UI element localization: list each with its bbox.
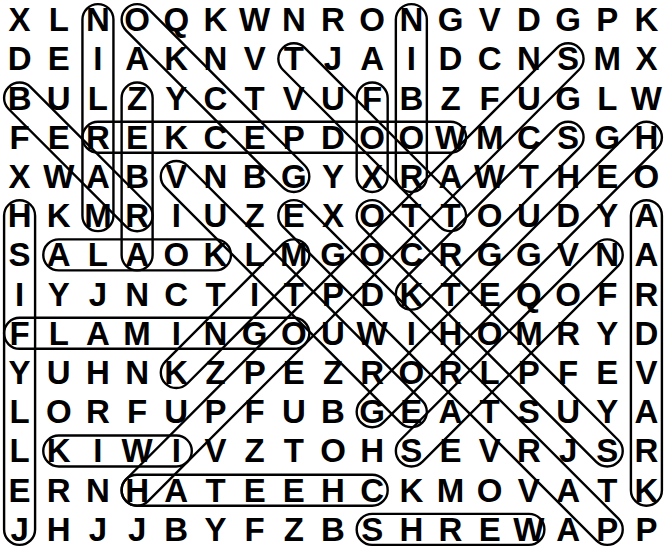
grid-cell[interactable]: F (470, 78, 509, 117)
grid-cell[interactable]: E (235, 471, 274, 510)
grid-cell[interactable]: T (274, 275, 313, 314)
grid-cell[interactable]: M (470, 118, 509, 157)
grid-cell[interactable]: Z (196, 353, 235, 392)
grid-cell[interactable]: H (0, 196, 39, 235)
grid-cell[interactable]: A (157, 471, 196, 510)
grid-cell[interactable]: O (353, 235, 392, 274)
grid-cell[interactable]: J (78, 510, 117, 549)
grid-cell[interactable]: M (274, 235, 313, 274)
grid-cell[interactable]: E (588, 157, 627, 196)
grid-cell[interactable]: Y (157, 78, 196, 117)
grid-cell[interactable]: K (39, 196, 78, 235)
grid-cell[interactable]: R (313, 0, 352, 39)
grid-cell[interactable]: R (78, 392, 117, 431)
grid-cell[interactable]: G (353, 392, 392, 431)
grid-cell[interactable]: Y (588, 196, 627, 235)
grid-cell[interactable]: H (39, 510, 78, 549)
grid-cell[interactable]: P (235, 353, 274, 392)
grid-cell[interactable]: J (548, 431, 587, 470)
grid-cell[interactable]: U (313, 314, 352, 353)
grid-cell[interactable]: F (118, 392, 157, 431)
grid-cell[interactable]: Y (39, 275, 78, 314)
grid-cell[interactable]: C (157, 275, 196, 314)
grid-cell[interactable]: T (392, 196, 431, 235)
grid-cell[interactable]: Y (196, 510, 235, 549)
grid-cell[interactable]: Q (157, 0, 196, 39)
grid-cell[interactable]: E (431, 431, 470, 470)
grid-cell[interactable]: U (509, 78, 548, 117)
grid-cell[interactable]: L (39, 314, 78, 353)
grid-cell[interactable]: N (196, 39, 235, 78)
grid-cell[interactable]: F (235, 510, 274, 549)
grid-cell[interactable]: M (588, 39, 627, 78)
grid-cell[interactable]: V (627, 353, 666, 392)
grid-cell[interactable]: L (39, 0, 78, 39)
grid-cell[interactable]: V (157, 157, 196, 196)
grid-cell[interactable]: I (157, 431, 196, 470)
grid-cell[interactable]: X (353, 157, 392, 196)
grid-cell[interactable]: V (274, 78, 313, 117)
grid-cell[interactable]: I (78, 431, 117, 470)
grid-cell[interactable]: Q (509, 275, 548, 314)
grid-cell[interactable]: L (0, 431, 39, 470)
grid-cell[interactable]: E (39, 39, 78, 78)
grid-cell[interactable]: E (392, 392, 431, 431)
grid-cell[interactable]: F (0, 314, 39, 353)
grid-cell[interactable]: R (509, 431, 548, 470)
grid-cell[interactable]: B (392, 78, 431, 117)
grid-cell[interactable]: V (470, 0, 509, 39)
grid-cell[interactable]: N (392, 0, 431, 39)
grid-cell[interactable]: K (157, 353, 196, 392)
grid-cell[interactable]: U (313, 78, 352, 117)
grid-cell[interactable]: W (235, 0, 274, 39)
grid-cell[interactable]: P (627, 510, 666, 549)
grid-cell[interactable]: T (509, 157, 548, 196)
grid-cell[interactable]: T (431, 196, 470, 235)
grid-cell[interactable]: G (588, 118, 627, 157)
grid-cell[interactable]: M (118, 314, 157, 353)
grid-cell[interactable]: S (353, 510, 392, 549)
grid-cell[interactable]: V (196, 431, 235, 470)
grid-cell[interactable]: T (470, 392, 509, 431)
grid-cell[interactable]: D (548, 196, 587, 235)
grid-cell[interactable]: Y (588, 392, 627, 431)
grid-cell[interactable]: A (78, 157, 117, 196)
grid-cell[interactable]: R (431, 510, 470, 549)
grid-cell[interactable]: M (431, 471, 470, 510)
grid-cell[interactable]: I (157, 196, 196, 235)
grid-cell[interactable]: B (313, 392, 352, 431)
grid-cell[interactable]: T (235, 78, 274, 117)
grid-cell[interactable]: L (78, 78, 117, 117)
grid-cell[interactable]: F (0, 118, 39, 157)
grid-cell[interactable]: H (313, 471, 352, 510)
grid-cell[interactable]: D (0, 39, 39, 78)
grid-cell[interactable]: T (196, 471, 235, 510)
grid-cell[interactable]: K (157, 118, 196, 157)
word-search-board: XLNOQKWNRONGVDGPKDEIAKNVTJAIDCNSMXBULZYC… (0, 0, 666, 549)
grid-cell[interactable]: R (431, 235, 470, 274)
grid-cell[interactable]: N (196, 314, 235, 353)
grid-cell[interactable]: G (313, 235, 352, 274)
grid-cell[interactable]: R (392, 157, 431, 196)
grid-cell[interactable]: L (78, 235, 117, 274)
grid-cell[interactable]: Z (274, 510, 313, 549)
grid-cell[interactable]: O (470, 196, 509, 235)
grid-cell[interactable]: D (353, 275, 392, 314)
grid-cell[interactable]: H (392, 510, 431, 549)
grid-cell[interactable]: H (548, 157, 587, 196)
grid-cell[interactable]: I (235, 275, 274, 314)
grid-cell[interactable]: J (0, 510, 39, 549)
grid-cell[interactable]: E (274, 196, 313, 235)
grid-cell[interactable]: G (274, 157, 313, 196)
grid-cell[interactable]: X (313, 196, 352, 235)
grid-cell[interactable]: Y (0, 353, 39, 392)
grid-cell[interactable]: K (627, 0, 666, 39)
grid-cell[interactable]: B (118, 157, 157, 196)
grid-cell[interactable]: Z (431, 78, 470, 117)
grid-cell[interactable]: M (78, 196, 117, 235)
grid-cell[interactable]: O (548, 275, 587, 314)
grid-cell[interactable]: S (548, 39, 587, 78)
grid-cell[interactable]: R (78, 118, 117, 157)
grid-cell[interactable]: C (509, 118, 548, 157)
grid-cell[interactable]: K (627, 471, 666, 510)
grid-cell[interactable]: A (353, 39, 392, 78)
grid-cell[interactable]: E (470, 510, 509, 549)
grid-cell[interactable]: S (588, 431, 627, 470)
grid-cell[interactable]: N (118, 353, 157, 392)
grid-cell[interactable]: D (627, 314, 666, 353)
grid-cell[interactable]: V (548, 235, 587, 274)
grid-cell[interactable]: W (353, 314, 392, 353)
grid-cell[interactable]: B (235, 157, 274, 196)
grid-cell[interactable]: S (0, 235, 39, 274)
grid-cell[interactable]: P (509, 353, 548, 392)
grid-cell[interactable]: N (78, 0, 117, 39)
grid-cell[interactable]: A (431, 392, 470, 431)
grid-cell[interactable]: S (509, 392, 548, 431)
grid-cell[interactable]: C (196, 118, 235, 157)
grid-cell[interactable]: W (118, 431, 157, 470)
grid-cell[interactable]: U (509, 196, 548, 235)
grid-cell[interactable]: O (118, 0, 157, 39)
grid-cell[interactable]: N (78, 471, 117, 510)
grid-cell[interactable]: E (0, 471, 39, 510)
grid-cell[interactable]: R (431, 353, 470, 392)
grid-cell[interactable]: O (392, 118, 431, 157)
grid-cell[interactable]: W (39, 157, 78, 196)
grid-cell[interactable]: I (392, 39, 431, 78)
grid-cell[interactable]: F (548, 353, 587, 392)
grid-cell[interactable]: U (274, 392, 313, 431)
grid-cell[interactable]: E (274, 353, 313, 392)
grid-cell[interactable]: W (470, 157, 509, 196)
grid-cell[interactable]: Y (588, 314, 627, 353)
grid-cell[interactable]: Z (118, 78, 157, 117)
grid-cell[interactable]: K (196, 235, 235, 274)
grid-cell[interactable]: J (78, 275, 117, 314)
grid-cell[interactable]: C (196, 78, 235, 117)
grid-cell[interactable]: U (39, 353, 78, 392)
grid-cell[interactable]: O (39, 392, 78, 431)
grid-cell[interactable]: P (588, 510, 627, 549)
grid-cell[interactable]: E (118, 118, 157, 157)
grid-cell[interactable]: O (392, 353, 431, 392)
grid-cell[interactable]: J (118, 510, 157, 549)
grid-cell[interactable]: B (157, 510, 196, 549)
grid-cell[interactable]: D (509, 0, 548, 39)
grid-cell[interactable]: A (118, 39, 157, 78)
grid-cell[interactable]: K (392, 275, 431, 314)
grid-cell[interactable]: K (392, 471, 431, 510)
grid-cell[interactable]: X (0, 157, 39, 196)
grid-cell[interactable]: I (78, 39, 117, 78)
grid-cell[interactable]: I (157, 314, 196, 353)
grid-cell[interactable]: K (157, 39, 196, 78)
grid-cell[interactable]: G (470, 235, 509, 274)
grid-cell[interactable]: L (0, 392, 39, 431)
grid-cell[interactable]: A (548, 510, 587, 549)
grid-cell[interactable]: C (470, 39, 509, 78)
grid-cell[interactable]: W (431, 118, 470, 157)
grid-cell[interactable]: O (353, 0, 392, 39)
grid-cell[interactable]: W (509, 510, 548, 549)
grid-cell[interactable]: H (431, 314, 470, 353)
grid-cell[interactable]: H (118, 471, 157, 510)
grid-cell[interactable]: A (548, 471, 587, 510)
grid-cell[interactable]: V (509, 471, 548, 510)
grid-cell[interactable]: C (392, 235, 431, 274)
grid-cell[interactable]: R (548, 314, 587, 353)
grid-cell[interactable]: W (627, 78, 666, 117)
grid-cell[interactable]: O (157, 235, 196, 274)
grid-cell[interactable]: M (509, 314, 548, 353)
letter-grid: XLNOQKWNRONGVDGPKDEIAKNVTJAIDCNSMXBULZYC… (0, 0, 666, 549)
grid-cell[interactable]: U (39, 78, 78, 117)
grid-cell[interactable]: U (157, 392, 196, 431)
grid-cell[interactable]: K (196, 0, 235, 39)
grid-cell[interactable]: T (274, 431, 313, 470)
grid-cell[interactable]: R (353, 353, 392, 392)
grid-cell[interactable]: Z (235, 431, 274, 470)
grid-cell[interactable]: U (548, 392, 587, 431)
grid-cell[interactable]: A (627, 196, 666, 235)
grid-cell[interactable]: O (353, 118, 392, 157)
grid-cell[interactable]: F (353, 78, 392, 117)
grid-cell[interactable]: D (431, 39, 470, 78)
grid-cell[interactable]: N (588, 235, 627, 274)
grid-cell[interactable]: Z (235, 196, 274, 235)
grid-cell[interactable]: O (313, 431, 352, 470)
grid-cell[interactable]: P (313, 275, 352, 314)
grid-cell[interactable]: F (588, 275, 627, 314)
grid-cell[interactable]: N (274, 0, 313, 39)
grid-cell[interactable]: B (313, 510, 352, 549)
grid-cell[interactable]: A (627, 392, 666, 431)
grid-cell[interactable]: A (78, 314, 117, 353)
grid-cell[interactable]: V (235, 39, 274, 78)
grid-cell[interactable]: H (627, 118, 666, 157)
grid-cell[interactable]: O (470, 471, 509, 510)
grid-cell[interactable]: T (274, 39, 313, 78)
grid-cell[interactable]: N (196, 157, 235, 196)
grid-cell[interactable]: P (196, 392, 235, 431)
grid-cell[interactable]: I (392, 314, 431, 353)
grid-cell[interactable]: L (588, 78, 627, 117)
grid-cell[interactable]: Y (313, 157, 352, 196)
grid-cell[interactable]: O (353, 196, 392, 235)
grid-cell[interactable]: D (313, 118, 352, 157)
grid-cell[interactable]: X (627, 39, 666, 78)
grid-cell[interactable]: G (548, 0, 587, 39)
grid-cell[interactable]: A (39, 235, 78, 274)
grid-cell[interactable]: C (353, 471, 392, 510)
grid-cell[interactable]: J (313, 39, 352, 78)
grid-cell[interactable]: G (235, 314, 274, 353)
grid-cell[interactable]: A (118, 235, 157, 274)
grid-cell[interactable]: P (274, 118, 313, 157)
grid-cell[interactable]: E (274, 471, 313, 510)
grid-cell[interactable]: P (588, 0, 627, 39)
grid-cell[interactable]: H (78, 353, 117, 392)
grid-cell[interactable]: G (431, 0, 470, 39)
grid-cell[interactable]: N (118, 275, 157, 314)
grid-cell[interactable]: T (196, 275, 235, 314)
grid-cell[interactable]: K (39, 431, 78, 470)
grid-cell[interactable]: E (470, 275, 509, 314)
grid-cell[interactable]: R (627, 431, 666, 470)
grid-cell[interactable]: S (392, 431, 431, 470)
grid-cell[interactable]: S (548, 118, 587, 157)
grid-cell[interactable]: Z (313, 353, 352, 392)
grid-cell[interactable]: B (0, 78, 39, 117)
grid-cell[interactable]: H (353, 431, 392, 470)
grid-cell[interactable]: O (470, 314, 509, 353)
grid-cell[interactable]: L (470, 353, 509, 392)
grid-cell[interactable]: A (627, 235, 666, 274)
grid-cell[interactable]: R (627, 275, 666, 314)
grid-cell[interactable]: T (588, 471, 627, 510)
grid-cell[interactable]: G (509, 235, 548, 274)
grid-cell[interactable]: R (39, 471, 78, 510)
grid-cell[interactable]: V (470, 431, 509, 470)
grid-cell[interactable]: T (431, 275, 470, 314)
grid-cell[interactable]: E (235, 118, 274, 157)
grid-cell[interactable]: U (196, 196, 235, 235)
grid-cell[interactable]: R (118, 196, 157, 235)
grid-cell[interactable]: E (39, 118, 78, 157)
grid-cell[interactable]: O (274, 314, 313, 353)
grid-cell[interactable]: N (509, 39, 548, 78)
grid-cell[interactable]: X (0, 0, 39, 39)
grid-cell[interactable]: E (588, 353, 627, 392)
grid-cell[interactable]: F (235, 392, 274, 431)
grid-cell[interactable]: G (548, 78, 587, 117)
grid-cell[interactable]: L (235, 235, 274, 274)
grid-cell[interactable]: A (431, 157, 470, 196)
grid-cell[interactable]: I (0, 275, 39, 314)
grid-cell[interactable]: O (627, 157, 666, 196)
